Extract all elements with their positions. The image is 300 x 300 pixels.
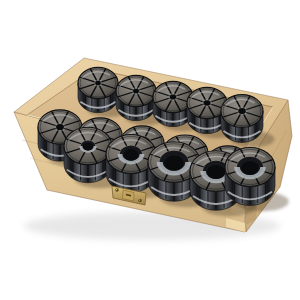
product-photo: [0, 0, 300, 300]
latch-screw-highlight: [116, 189, 117, 190]
latch-screw-highlight: [139, 199, 140, 200]
collet-set-scene: [0, 0, 300, 300]
latch-screw: [115, 188, 119, 192]
latch-screw: [138, 199, 142, 203]
